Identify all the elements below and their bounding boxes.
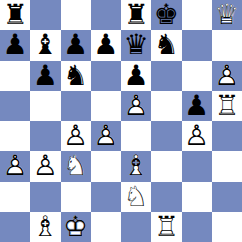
square-c3[interactable]: ♞♘	[61, 151, 91, 181]
square-g8[interactable]	[182, 0, 212, 30]
white-knight-outline-icon: ♘	[121, 182, 151, 212]
white-pawn[interactable]: ♟♙	[212, 61, 242, 91]
square-b3[interactable]: ♟♙	[30, 151, 60, 181]
black-pawn-icon: ♟	[121, 61, 151, 91]
square-b2[interactable]	[30, 182, 60, 212]
square-a1[interactable]	[0, 212, 30, 242]
white-queen[interactable]: ♛♕	[212, 0, 242, 30]
square-h1[interactable]	[212, 212, 242, 242]
square-a8[interactable]: ♜	[0, 0, 30, 30]
square-e8[interactable]: ♜	[121, 0, 151, 30]
white-pawn-outline-icon: ♙	[182, 121, 212, 151]
square-d4[interactable]: ♟♙	[91, 121, 121, 151]
square-c8[interactable]	[61, 0, 91, 30]
white-rook-outline-icon: ♖	[151, 212, 181, 242]
black-pawn[interactable]: ♟	[121, 61, 151, 91]
white-bishop-outline-icon: ♗	[30, 212, 60, 242]
square-a6[interactable]	[0, 61, 30, 91]
black-knight[interactable]: ♞	[151, 30, 181, 60]
square-c6[interactable]: ♞	[61, 61, 91, 91]
square-b6[interactable]: ♟	[30, 61, 60, 91]
square-e5[interactable]: ♟♙	[121, 91, 151, 121]
black-pawn-icon: ♟	[30, 61, 60, 91]
square-f6[interactable]	[151, 61, 181, 91]
square-h4[interactable]	[212, 121, 242, 151]
chess-board: ♜♜♚♛♕♟♝♟♟♛♞♟♞♟♟♙♟♙♟♜♖♟♙♟♙♟♙♟♙♟♙♞♘♝♗♞♘♝♗♚…	[0, 0, 242, 242]
square-d8[interactable]	[91, 0, 121, 30]
square-f5[interactable]	[151, 91, 181, 121]
square-f8[interactable]: ♚	[151, 0, 181, 30]
black-pawn[interactable]: ♟	[30, 61, 60, 91]
black-pawn[interactable]: ♟	[91, 30, 121, 60]
square-d3[interactable]	[91, 151, 121, 181]
square-e1[interactable]	[121, 212, 151, 242]
square-b8[interactable]	[30, 0, 60, 30]
black-knight[interactable]: ♞	[61, 61, 91, 91]
black-bishop-icon: ♝	[30, 30, 60, 60]
square-d1[interactable]	[91, 212, 121, 242]
black-pawn[interactable]: ♟	[0, 30, 30, 60]
white-pawn[interactable]: ♟♙	[182, 121, 212, 151]
square-h6[interactable]: ♟♙	[212, 61, 242, 91]
square-a7[interactable]: ♟	[0, 30, 30, 60]
white-pawn-outline-icon: ♙	[30, 151, 60, 181]
square-a4[interactable]	[0, 121, 30, 151]
white-pawn-outline-icon: ♙	[0, 151, 30, 181]
square-f4[interactable]	[151, 121, 181, 151]
square-b5[interactable]	[30, 91, 60, 121]
square-b4[interactable]	[30, 121, 60, 151]
square-d2[interactable]	[91, 182, 121, 212]
white-pawn[interactable]: ♟♙	[61, 121, 91, 151]
black-rook[interactable]: ♜	[0, 0, 30, 30]
black-bishop[interactable]: ♝	[30, 30, 60, 60]
white-knight[interactable]: ♞♘	[61, 151, 91, 181]
square-h3[interactable]	[212, 151, 242, 181]
black-pawn[interactable]: ♟	[61, 30, 91, 60]
square-c7[interactable]: ♟	[61, 30, 91, 60]
square-d6[interactable]	[91, 61, 121, 91]
black-pawn-icon: ♟	[91, 30, 121, 60]
white-pawn[interactable]: ♟♙	[121, 91, 151, 121]
white-king-outline-icon: ♔	[61, 212, 91, 242]
white-pawn-outline-icon: ♙	[61, 121, 91, 151]
square-g3[interactable]	[182, 151, 212, 181]
white-knight-outline-icon: ♘	[61, 151, 91, 181]
square-h8[interactable]: ♛♕	[212, 0, 242, 30]
square-h2[interactable]	[212, 182, 242, 212]
black-queen-icon: ♛	[121, 30, 151, 60]
white-pawn-outline-icon: ♙	[91, 121, 121, 151]
square-a2[interactable]	[0, 182, 30, 212]
black-pawn-icon: ♟	[182, 91, 212, 121]
white-pawn-outline-icon: ♙	[121, 91, 151, 121]
black-knight-icon: ♞	[151, 30, 181, 60]
white-king[interactable]: ♚♔	[61, 212, 91, 242]
square-g7[interactable]	[182, 30, 212, 60]
black-king-icon: ♚	[151, 0, 181, 30]
square-g4[interactable]: ♟♙	[182, 121, 212, 151]
square-h7[interactable]	[212, 30, 242, 60]
white-rook[interactable]: ♜♖	[212, 91, 242, 121]
square-c2[interactable]	[61, 182, 91, 212]
white-knight[interactable]: ♞♘	[121, 182, 151, 212]
white-pawn[interactable]: ♟♙	[91, 121, 121, 151]
white-bishop[interactable]: ♝♗	[121, 151, 151, 181]
square-f1[interactable]: ♜♖	[151, 212, 181, 242]
white-pawn[interactable]: ♟♙	[0, 151, 30, 181]
square-b7[interactable]: ♝	[30, 30, 60, 60]
black-rook[interactable]: ♜	[121, 0, 151, 30]
white-rook[interactable]: ♜♖	[151, 212, 181, 242]
square-g5[interactable]: ♟	[182, 91, 212, 121]
square-c5[interactable]	[61, 91, 91, 121]
white-pawn[interactable]: ♟♙	[30, 151, 60, 181]
square-g1[interactable]	[182, 212, 212, 242]
black-pawn-icon: ♟	[0, 30, 30, 60]
black-rook-icon: ♜	[0, 0, 30, 30]
square-c4[interactable]: ♟♙	[61, 121, 91, 151]
square-g6[interactable]	[182, 61, 212, 91]
square-b1[interactable]: ♝♗	[30, 212, 60, 242]
black-pawn[interactable]: ♟	[182, 91, 212, 121]
square-a5[interactable]	[0, 91, 30, 121]
square-e2[interactable]: ♞♘	[121, 182, 151, 212]
square-g2[interactable]	[182, 182, 212, 212]
square-d7[interactable]: ♟	[91, 30, 121, 60]
square-e4[interactable]	[121, 121, 151, 151]
square-e3[interactable]: ♝♗	[121, 151, 151, 181]
black-knight-icon: ♞	[61, 61, 91, 91]
square-c1[interactable]: ♚♔	[61, 212, 91, 242]
square-f3[interactable]	[151, 151, 181, 181]
square-d5[interactable]	[91, 91, 121, 121]
square-a3[interactable]: ♟♙	[0, 151, 30, 181]
black-king[interactable]: ♚	[151, 0, 181, 30]
black-pawn-icon: ♟	[61, 30, 91, 60]
white-rook-outline-icon: ♖	[212, 91, 242, 121]
square-e6[interactable]: ♟	[121, 61, 151, 91]
square-f2[interactable]	[151, 182, 181, 212]
square-h5[interactable]: ♜♖	[212, 91, 242, 121]
white-bishop-outline-icon: ♗	[121, 151, 151, 181]
white-queen-outline-icon: ♕	[212, 0, 242, 30]
square-f7[interactable]: ♞	[151, 30, 181, 60]
black-rook-icon: ♜	[121, 0, 151, 30]
square-e7[interactable]: ♛	[121, 30, 151, 60]
white-pawn-outline-icon: ♙	[212, 61, 242, 91]
white-bishop[interactable]: ♝♗	[30, 212, 60, 242]
black-queen[interactable]: ♛	[121, 30, 151, 60]
